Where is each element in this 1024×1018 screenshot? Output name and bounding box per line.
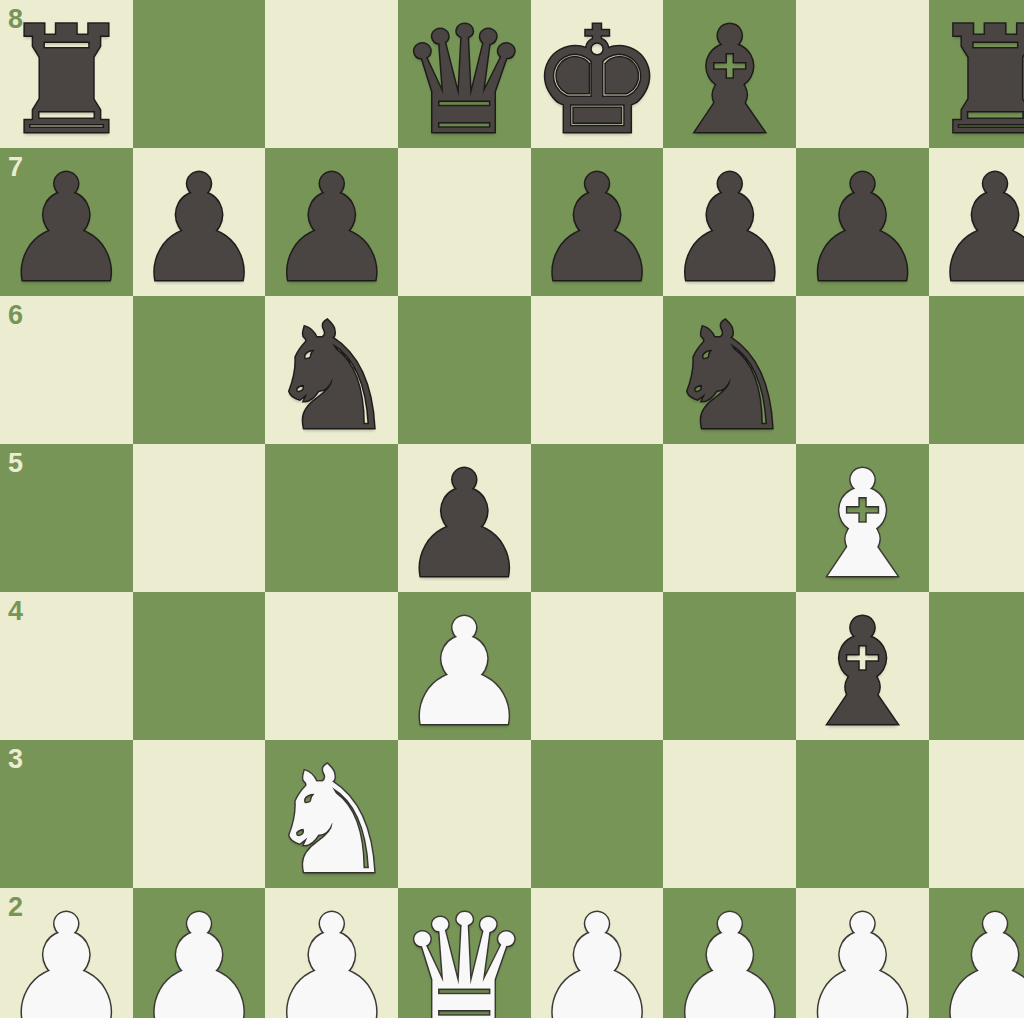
square-e8[interactable]: ♚ [531,0,664,148]
piece-white-pawn-f2[interactable]: ♟ [663,895,796,1018]
square-g6[interactable] [796,296,929,444]
piece-white-pawn-d4[interactable]: ♟ [398,599,531,747]
square-b8[interactable] [133,0,266,148]
square-h7[interactable]: ♟ [929,148,1024,296]
piece-black-bishop-f8[interactable]: ♝ [663,7,796,155]
piece-black-knight-c6[interactable]: ♞ [265,303,398,451]
piece-black-bishop-g4[interactable]: ♝ [796,599,929,747]
square-b4[interactable] [133,592,266,740]
square-f8[interactable]: ♝ [663,0,796,148]
square-e2[interactable]: ♟ [531,888,664,1018]
square-e4[interactable] [531,592,664,740]
piece-white-queen-d2[interactable]: ♛ [398,895,531,1018]
square-b2[interactable]: ♟ [133,888,266,1018]
piece-black-knight-f6[interactable]: ♞ [663,303,796,451]
square-f5[interactable] [663,444,796,592]
square-b7[interactable]: ♟ [133,148,266,296]
square-e6[interactable] [531,296,664,444]
piece-black-rook-a8[interactable]: ♜ [0,7,133,155]
square-h8[interactable]: ♜ [929,0,1024,148]
square-a7[interactable]: 7♟ [0,148,133,296]
square-f6[interactable]: ♞ [663,296,796,444]
square-b5[interactable] [133,444,266,592]
piece-black-pawn-b7[interactable]: ♟ [133,155,266,303]
chess-board: 8♜♛♚♝♜7♟♟♟♟♟♟♟6♞♞5♟♝4♟♝3♞2♟♟♟♛♟♟♟♟1abc♚d… [0,0,1024,1018]
square-g8[interactable] [796,0,929,148]
square-a2[interactable]: 2♟ [0,888,133,1018]
square-g2[interactable]: ♟ [796,888,929,1018]
square-a4[interactable]: 4 [0,592,133,740]
rank-label-4: 4 [8,598,23,625]
square-h2[interactable]: ♟ [929,888,1024,1018]
rank-label-3: 3 [8,746,23,773]
square-h4[interactable] [929,592,1024,740]
square-c5[interactable] [265,444,398,592]
square-g3[interactable] [796,740,929,888]
square-c4[interactable] [265,592,398,740]
piece-white-pawn-g2[interactable]: ♟ [796,895,929,1018]
piece-white-pawn-a2[interactable]: ♟ [0,895,133,1018]
piece-black-king-e8[interactable]: ♚ [531,7,664,155]
square-a3[interactable]: 3 [0,740,133,888]
piece-white-pawn-h2[interactable]: ♟ [929,895,1024,1018]
piece-black-pawn-a7[interactable]: ♟ [0,155,133,303]
square-f7[interactable]: ♟ [663,148,796,296]
rank-label-5: 5 [8,450,23,477]
square-b6[interactable] [133,296,266,444]
square-e7[interactable]: ♟ [531,148,664,296]
piece-white-bishop-g5[interactable]: ♝ [796,451,929,599]
piece-white-pawn-e2[interactable]: ♟ [531,895,664,1018]
square-a5[interactable]: 5 [0,444,133,592]
piece-black-pawn-c7[interactable]: ♟ [265,155,398,303]
piece-white-pawn-b2[interactable]: ♟ [133,895,266,1018]
square-h3[interactable] [929,740,1024,888]
square-b3[interactable] [133,740,266,888]
piece-white-pawn-c2[interactable]: ♟ [265,895,398,1018]
piece-black-queen-d8[interactable]: ♛ [398,7,531,155]
square-f4[interactable] [663,592,796,740]
square-f2[interactable]: ♟ [663,888,796,1018]
piece-black-pawn-d5[interactable]: ♟ [398,451,531,599]
square-h6[interactable] [929,296,1024,444]
square-e5[interactable] [531,444,664,592]
square-g7[interactable]: ♟ [796,148,929,296]
square-d5[interactable]: ♟ [398,444,531,592]
piece-black-pawn-g7[interactable]: ♟ [796,155,929,303]
square-c7[interactable]: ♟ [265,148,398,296]
square-d8[interactable]: ♛ [398,0,531,148]
square-c6[interactable]: ♞ [265,296,398,444]
square-c2[interactable]: ♟ [265,888,398,1018]
square-e3[interactable] [531,740,664,888]
square-f3[interactable] [663,740,796,888]
square-a6[interactable]: 6 [0,296,133,444]
square-h5[interactable] [929,444,1024,592]
square-g4[interactable]: ♝ [796,592,929,740]
square-d4[interactable]: ♟ [398,592,531,740]
piece-black-pawn-e7[interactable]: ♟ [531,155,664,303]
piece-black-pawn-h7[interactable]: ♟ [929,155,1024,303]
piece-white-knight-c3[interactable]: ♞ [265,747,398,895]
square-d6[interactable] [398,296,531,444]
square-g5[interactable]: ♝ [796,444,929,592]
rank-label-6: 6 [8,302,23,329]
square-d7[interactable] [398,148,531,296]
square-d2[interactable]: ♛ [398,888,531,1018]
square-c8[interactable] [265,0,398,148]
square-d3[interactable] [398,740,531,888]
square-c3[interactable]: ♞ [265,740,398,888]
square-a8[interactable]: 8♜ [0,0,133,148]
piece-black-pawn-f7[interactable]: ♟ [663,155,796,303]
piece-black-rook-h8[interactable]: ♜ [929,7,1024,155]
